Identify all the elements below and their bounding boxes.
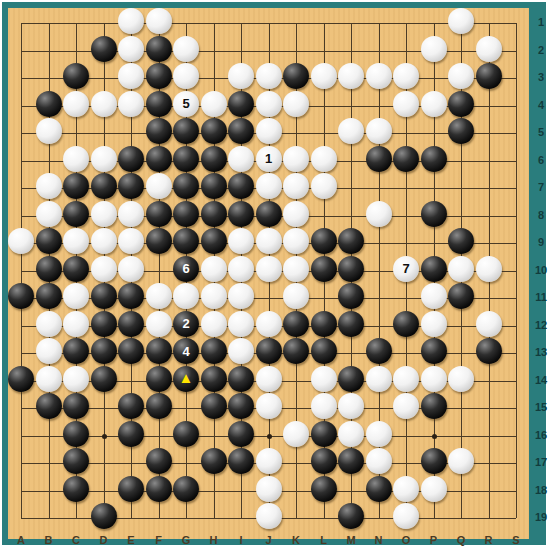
stone-F14[interactable]: [146, 366, 172, 392]
column-label-K: K: [286, 534, 306, 546]
stone-I6[interactable]: [228, 146, 254, 172]
stone-G11[interactable]: [173, 283, 199, 309]
stone-J4[interactable]: [256, 91, 282, 117]
stone-G10[interactable]: 6: [173, 256, 199, 282]
stone-C13[interactable]: [63, 338, 89, 364]
stone-F15[interactable]: [146, 393, 172, 419]
stone-H7[interactable]: [201, 173, 227, 199]
row-label-18: 18: [533, 484, 549, 496]
stone-L18[interactable]: [311, 476, 337, 502]
stone-L12[interactable]: [311, 311, 337, 337]
stone-C7[interactable]: [63, 173, 89, 199]
stone-P18[interactable]: [421, 476, 447, 502]
column-label-L: L: [314, 534, 334, 546]
stone-L15[interactable]: [311, 393, 337, 419]
stone-Q1[interactable]: [448, 8, 474, 34]
stone-G5[interactable]: [173, 118, 199, 144]
row-label-13: 13: [533, 346, 549, 358]
move-number-label: 2: [182, 317, 189, 330]
stone-I4[interactable]: [228, 91, 254, 117]
row-label-5: 5: [533, 126, 549, 138]
stone-C3[interactable]: [63, 63, 89, 89]
stone-E3[interactable]: [118, 63, 144, 89]
stone-J3[interactable]: [256, 63, 282, 89]
stone-H4[interactable]: [201, 91, 227, 117]
stone-E9[interactable]: [118, 228, 144, 254]
star-point: [102, 434, 107, 439]
row-label-2: 2: [533, 44, 549, 56]
column-label-O: O: [396, 534, 416, 546]
stone-H8[interactable]: [201, 201, 227, 227]
stone-J7[interactable]: [256, 173, 282, 199]
stone-G2[interactable]: [173, 36, 199, 62]
stone-G7[interactable]: [173, 173, 199, 199]
stone-L17[interactable]: [311, 448, 337, 474]
stone-C11[interactable]: [63, 283, 89, 309]
stone-D13[interactable]: [91, 338, 117, 364]
stone-L13[interactable]: [311, 338, 337, 364]
stone-J6[interactable]: 1: [256, 146, 282, 172]
stone-E10[interactable]: [118, 256, 144, 282]
row-label-17: 17: [533, 456, 549, 468]
stone-G12[interactable]: 2: [173, 311, 199, 337]
row-label-16: 16: [533, 429, 549, 441]
stone-D4[interactable]: [91, 91, 117, 117]
stone-B15[interactable]: [36, 393, 62, 419]
stone-Q4[interactable]: [448, 91, 474, 117]
stone-D10[interactable]: [91, 256, 117, 282]
go-diagram: 516724▲ ABCDEFGHIJKLMNOPQRS1234567891011…: [0, 0, 550, 547]
column-label-H: H: [204, 534, 224, 546]
column-label-J: J: [259, 534, 279, 546]
stone-N18[interactable]: [366, 476, 392, 502]
column-label-M: M: [341, 534, 361, 546]
stone-G8[interactable]: [173, 201, 199, 227]
stone-F9[interactable]: [146, 228, 172, 254]
stone-I16[interactable]: [228, 421, 254, 447]
stone-N17[interactable]: [366, 448, 392, 474]
stone-C6[interactable]: [63, 146, 89, 172]
stone-N8[interactable]: [366, 201, 392, 227]
stone-H10[interactable]: [201, 256, 227, 282]
stone-Q5[interactable]: [448, 118, 474, 144]
stone-Q14[interactable]: [448, 366, 474, 392]
stone-B8[interactable]: [36, 201, 62, 227]
stone-R2[interactable]: [476, 36, 502, 62]
stone-B10[interactable]: [36, 256, 62, 282]
stone-O3[interactable]: [393, 63, 419, 89]
stone-C10[interactable]: [63, 256, 89, 282]
stone-N13[interactable]: [366, 338, 392, 364]
move-number-label: 4: [182, 345, 189, 358]
stone-E8[interactable]: [118, 201, 144, 227]
stone-B11[interactable]: [36, 283, 62, 309]
stone-H17[interactable]: [201, 448, 227, 474]
stone-D19[interactable]: [91, 503, 117, 529]
stone-M9[interactable]: [338, 228, 364, 254]
stone-F4[interactable]: [146, 91, 172, 117]
stone-I8[interactable]: [228, 201, 254, 227]
stone-M17[interactable]: [338, 448, 364, 474]
stone-P2[interactable]: [421, 36, 447, 62]
stone-C17[interactable]: [63, 448, 89, 474]
stone-D14[interactable]: [91, 366, 117, 392]
stone-O15[interactable]: [393, 393, 419, 419]
stone-P14[interactable]: [421, 366, 447, 392]
stone-N3[interactable]: [366, 63, 392, 89]
stone-N14[interactable]: [366, 366, 392, 392]
stone-D11[interactable]: [91, 283, 117, 309]
stone-E11[interactable]: [118, 283, 144, 309]
stone-M10[interactable]: [338, 256, 364, 282]
column-label-A: A: [11, 534, 31, 546]
stone-P17[interactable]: [421, 448, 447, 474]
stone-G3[interactable]: [173, 63, 199, 89]
row-label-6: 6: [533, 154, 549, 166]
stone-E4[interactable]: [118, 91, 144, 117]
stone-K3[interactable]: [283, 63, 309, 89]
stone-E7[interactable]: [118, 173, 144, 199]
column-label-B: B: [39, 534, 59, 546]
stone-I17[interactable]: [228, 448, 254, 474]
stone-K13[interactable]: [283, 338, 309, 364]
stone-L10[interactable]: [311, 256, 337, 282]
stone-L16[interactable]: [311, 421, 337, 447]
stone-C16[interactable]: [63, 421, 89, 447]
row-label-8: 8: [533, 209, 549, 221]
stone-F3[interactable]: [146, 63, 172, 89]
stone-L7[interactable]: [311, 173, 337, 199]
grid-line-vertical: [516, 23, 517, 518]
stone-M19[interactable]: [338, 503, 364, 529]
stone-R13[interactable]: [476, 338, 502, 364]
stone-P15[interactable]: [421, 393, 447, 419]
stone-F7[interactable]: [146, 173, 172, 199]
stone-L9[interactable]: [311, 228, 337, 254]
stone-A11[interactable]: [8, 283, 34, 309]
stone-I11[interactable]: [228, 283, 254, 309]
stone-B12[interactable]: [36, 311, 62, 337]
stone-I10[interactable]: [228, 256, 254, 282]
stone-J14[interactable]: [256, 366, 282, 392]
stone-H13[interactable]: [201, 338, 227, 364]
stone-R10[interactable]: [476, 256, 502, 282]
stone-Q9[interactable]: [448, 228, 474, 254]
star-point: [432, 434, 437, 439]
stone-P13[interactable]: [421, 338, 447, 364]
column-label-D: D: [94, 534, 114, 546]
stone-K6[interactable]: [283, 146, 309, 172]
stone-H9[interactable]: [201, 228, 227, 254]
stone-F2[interactable]: [146, 36, 172, 62]
star-point: [267, 434, 272, 439]
stone-F5[interactable]: [146, 118, 172, 144]
stone-E1[interactable]: [118, 8, 144, 34]
column-label-N: N: [369, 534, 389, 546]
stone-D9[interactable]: [91, 228, 117, 254]
stone-B13[interactable]: [36, 338, 62, 364]
column-label-G: G: [176, 534, 196, 546]
stone-Q10[interactable]: [448, 256, 474, 282]
triangle-marker-icon: ▲: [179, 370, 194, 385]
stone-I15[interactable]: [228, 393, 254, 419]
row-label-1: 1: [533, 16, 549, 28]
stone-L14[interactable]: [311, 366, 337, 392]
stone-H15[interactable]: [201, 393, 227, 419]
stone-I12[interactable]: [228, 311, 254, 337]
stone-O12[interactable]: [393, 311, 419, 337]
stone-E15[interactable]: [118, 393, 144, 419]
stone-F12[interactable]: [146, 311, 172, 337]
column-label-S: S: [506, 534, 526, 546]
stone-P12[interactable]: [421, 311, 447, 337]
stone-E2[interactable]: [118, 36, 144, 62]
stone-M15[interactable]: [338, 393, 364, 419]
stone-O18[interactable]: [393, 476, 419, 502]
stone-J9[interactable]: [256, 228, 282, 254]
stone-N6[interactable]: [366, 146, 392, 172]
stone-B14[interactable]: [36, 366, 62, 392]
stone-K4[interactable]: [283, 91, 309, 117]
stone-M12[interactable]: [338, 311, 364, 337]
stone-L3[interactable]: [311, 63, 337, 89]
stone-D8[interactable]: [91, 201, 117, 227]
stone-K8[interactable]: [283, 201, 309, 227]
stone-M16[interactable]: [338, 421, 364, 447]
stone-B9[interactable]: [36, 228, 62, 254]
stone-G18[interactable]: [173, 476, 199, 502]
column-label-I: I: [231, 534, 251, 546]
column-label-C: C: [66, 534, 86, 546]
stone-B4[interactable]: [36, 91, 62, 117]
stone-J18[interactable]: [256, 476, 282, 502]
row-label-15: 15: [533, 401, 549, 413]
stone-F13[interactable]: [146, 338, 172, 364]
stone-A9[interactable]: [8, 228, 34, 254]
stone-C15[interactable]: [63, 393, 89, 419]
stone-E6[interactable]: [118, 146, 144, 172]
row-label-9: 9: [533, 236, 549, 248]
stone-H11[interactable]: [201, 283, 227, 309]
stone-P4[interactable]: [421, 91, 447, 117]
stone-J13[interactable]: [256, 338, 282, 364]
stone-J17[interactable]: [256, 448, 282, 474]
stone-I5[interactable]: [228, 118, 254, 144]
stone-N5[interactable]: [366, 118, 392, 144]
stone-I14[interactable]: [228, 366, 254, 392]
stone-K12[interactable]: [283, 311, 309, 337]
row-label-14: 14: [533, 374, 549, 386]
stone-F17[interactable]: [146, 448, 172, 474]
stone-F6[interactable]: [146, 146, 172, 172]
move-number-label: 7: [402, 262, 409, 275]
stone-C8[interactable]: [63, 201, 89, 227]
stone-O14[interactable]: [393, 366, 419, 392]
stone-P8[interactable]: [421, 201, 447, 227]
stone-C12[interactable]: [63, 311, 89, 337]
stone-F11[interactable]: [146, 283, 172, 309]
column-label-E: E: [121, 534, 141, 546]
stone-D7[interactable]: [91, 173, 117, 199]
stone-G13[interactable]: 4: [173, 338, 199, 364]
row-label-3: 3: [533, 71, 549, 83]
move-number-label: 6: [182, 262, 189, 275]
stone-H14[interactable]: [201, 366, 227, 392]
stone-J5[interactable]: [256, 118, 282, 144]
stone-I3[interactable]: [228, 63, 254, 89]
stone-O6[interactable]: [393, 146, 419, 172]
stone-D2[interactable]: [91, 36, 117, 62]
row-label-7: 7: [533, 181, 549, 193]
stone-M5[interactable]: [338, 118, 364, 144]
column-label-F: F: [149, 534, 169, 546]
stone-I7[interactable]: [228, 173, 254, 199]
stone-P6[interactable]: [421, 146, 447, 172]
row-label-19: 19: [533, 511, 549, 523]
column-label-R: R: [479, 534, 499, 546]
stone-N16[interactable]: [366, 421, 392, 447]
stone-D6[interactable]: [91, 146, 117, 172]
stone-Q3[interactable]: [448, 63, 474, 89]
column-label-P: P: [424, 534, 444, 546]
stone-C14[interactable]: [63, 366, 89, 392]
stone-G14[interactable]: ▲: [173, 366, 199, 392]
stone-K10[interactable]: [283, 256, 309, 282]
stone-R12[interactable]: [476, 311, 502, 337]
stone-P11[interactable]: [421, 283, 447, 309]
stone-B7[interactable]: [36, 173, 62, 199]
stone-F1[interactable]: [146, 8, 172, 34]
stone-O10[interactable]: 7: [393, 256, 419, 282]
stone-E18[interactable]: [118, 476, 144, 502]
stone-G4[interactable]: 5: [173, 91, 199, 117]
row-label-10: 10: [533, 264, 549, 276]
stone-J15[interactable]: [256, 393, 282, 419]
row-label-4: 4: [533, 99, 549, 111]
stone-C18[interactable]: [63, 476, 89, 502]
stone-R3[interactable]: [476, 63, 502, 89]
stone-M11[interactable]: [338, 283, 364, 309]
stone-J12[interactable]: [256, 311, 282, 337]
stone-C9[interactable]: [63, 228, 89, 254]
stone-J19[interactable]: [256, 503, 282, 529]
stone-G6[interactable]: [173, 146, 199, 172]
stone-K11[interactable]: [283, 283, 309, 309]
row-label-11: 11: [533, 291, 549, 303]
stone-J10[interactable]: [256, 256, 282, 282]
stone-P10[interactable]: [421, 256, 447, 282]
stone-E16[interactable]: [118, 421, 144, 447]
stone-H12[interactable]: [201, 311, 227, 337]
stone-D12[interactable]: [91, 311, 117, 337]
stone-J8[interactable]: [256, 201, 282, 227]
stone-B5[interactable]: [36, 118, 62, 144]
stone-K16[interactable]: [283, 421, 309, 447]
move-number-label: 5: [182, 97, 189, 110]
stone-H6[interactable]: [201, 146, 227, 172]
stone-G16[interactable]: [173, 421, 199, 447]
stone-F8[interactable]: [146, 201, 172, 227]
stone-K9[interactable]: [283, 228, 309, 254]
stone-I9[interactable]: [228, 228, 254, 254]
move-number-label: 1: [265, 152, 272, 165]
stone-E13[interactable]: [118, 338, 144, 364]
stone-M3[interactable]: [338, 63, 364, 89]
stone-E12[interactable]: [118, 311, 144, 337]
stone-H5[interactable]: [201, 118, 227, 144]
stone-M14[interactable]: [338, 366, 364, 392]
stone-A14[interactable]: [8, 366, 34, 392]
stone-C4[interactable]: [63, 91, 89, 117]
stone-G9[interactable]: [173, 228, 199, 254]
stone-O19[interactable]: [393, 503, 419, 529]
stone-O4[interactable]: [393, 91, 419, 117]
go-board[interactable]: 516724▲: [8, 8, 529, 539]
stone-L6[interactable]: [311, 146, 337, 172]
stone-Q17[interactable]: [448, 448, 474, 474]
stone-K7[interactable]: [283, 173, 309, 199]
stone-Q11[interactable]: [448, 283, 474, 309]
column-label-Q: Q: [451, 534, 471, 546]
stone-F18[interactable]: [146, 476, 172, 502]
stone-I13[interactable]: [228, 338, 254, 364]
row-label-12: 12: [533, 319, 549, 331]
